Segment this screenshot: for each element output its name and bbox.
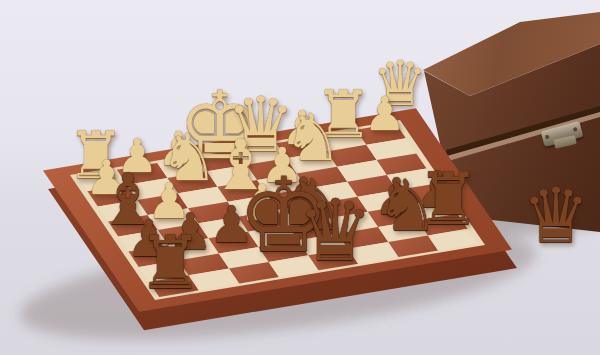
clasp-screw-icon bbox=[545, 134, 550, 139]
clasp-screw-icon bbox=[573, 127, 578, 132]
chess-set-photo: ♜♟♟♚♛♟♜♟♟♞♞♝♟♟♟♝♟♟♟♟♞♟♟♚♞♜♜♛♛♛ bbox=[0, 0, 600, 355]
